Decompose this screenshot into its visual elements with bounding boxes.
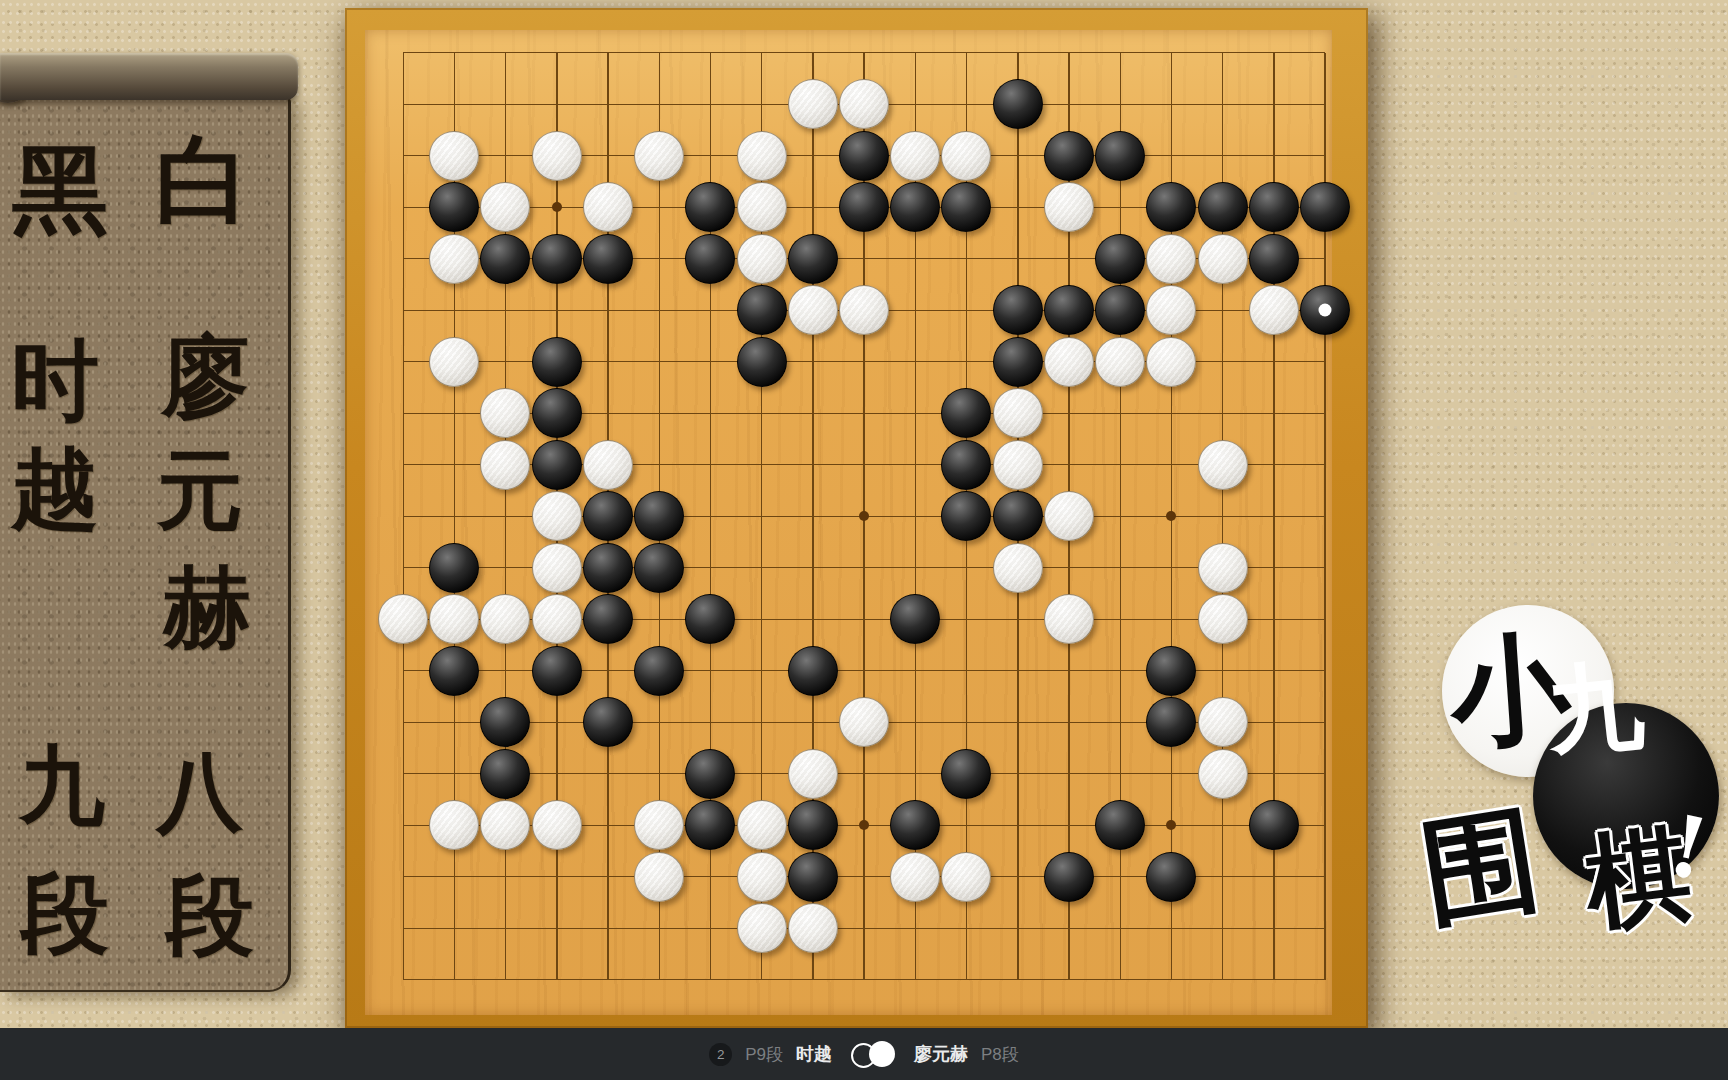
grid-line-horizontal bbox=[403, 928, 1325, 929]
white-rank-label: P8段 bbox=[981, 1043, 1019, 1066]
scroll-roller-bar bbox=[0, 53, 298, 100]
grid-line-horizontal bbox=[403, 979, 1325, 980]
stone-white bbox=[1198, 749, 1248, 799]
stone-white bbox=[583, 182, 633, 232]
stone-white bbox=[1044, 182, 1094, 232]
stone-white bbox=[480, 594, 530, 644]
stone-black bbox=[1300, 182, 1350, 232]
stone-black bbox=[532, 337, 582, 387]
player-scroll: 白廖元赫八段黑时越九段 bbox=[0, 96, 291, 992]
stone-black bbox=[583, 234, 633, 284]
stone-black bbox=[1249, 234, 1299, 284]
stone-white bbox=[737, 800, 787, 850]
stone-white bbox=[839, 285, 889, 335]
stone-white bbox=[1095, 337, 1145, 387]
stone-white bbox=[993, 543, 1043, 593]
stone-white bbox=[737, 852, 787, 902]
logo-char-jiu: 九 bbox=[1542, 655, 1648, 761]
stone-white bbox=[532, 594, 582, 644]
stone-white bbox=[737, 182, 787, 232]
last-move-marker bbox=[1318, 304, 1331, 317]
stone-white bbox=[429, 337, 479, 387]
stone-white bbox=[480, 800, 530, 850]
stone-white bbox=[532, 800, 582, 850]
black-player-column-char: 时 bbox=[11, 336, 99, 424]
white-player-column-char: 廖 bbox=[161, 331, 249, 419]
stone-black bbox=[685, 234, 735, 284]
stone-black bbox=[941, 388, 991, 438]
stone-white bbox=[737, 234, 787, 284]
stone-white bbox=[737, 903, 787, 953]
stone-white bbox=[1198, 594, 1248, 644]
stone-black bbox=[583, 491, 633, 541]
stone-black bbox=[1095, 131, 1145, 181]
stone-black bbox=[429, 543, 479, 593]
stone-black bbox=[890, 594, 940, 644]
stone-black bbox=[480, 749, 530, 799]
stone-white bbox=[429, 234, 479, 284]
stone-black bbox=[532, 646, 582, 696]
board-frame bbox=[345, 8, 1368, 1028]
stone-black bbox=[1146, 852, 1196, 902]
stone-black bbox=[788, 646, 838, 696]
stone-black bbox=[839, 131, 889, 181]
stone-white bbox=[1198, 440, 1248, 490]
stone-white bbox=[429, 800, 479, 850]
stone-black bbox=[634, 491, 684, 541]
stone-white bbox=[1044, 491, 1094, 541]
stone-white bbox=[429, 131, 479, 181]
white-player-column-char: 白 bbox=[155, 132, 251, 228]
stone-black bbox=[685, 182, 735, 232]
white-player-column-char: 八 bbox=[157, 749, 243, 835]
stone-black bbox=[941, 440, 991, 490]
go-board[interactable] bbox=[365, 30, 1332, 1015]
star-point bbox=[1166, 511, 1176, 521]
stone-white bbox=[1198, 543, 1248, 593]
white-stone-icon bbox=[869, 1041, 895, 1067]
stone-white bbox=[1146, 337, 1196, 387]
stone-black bbox=[583, 594, 633, 644]
grid-line-horizontal bbox=[403, 773, 1325, 774]
white-player-column-char: 赫 bbox=[163, 563, 251, 651]
stone-white bbox=[532, 131, 582, 181]
star-point bbox=[859, 820, 869, 830]
stone-black bbox=[634, 543, 684, 593]
stone-black bbox=[1095, 234, 1145, 284]
stone-black bbox=[480, 234, 530, 284]
stone-black bbox=[1044, 131, 1094, 181]
stone-white bbox=[788, 749, 838, 799]
black-player-column-char: 黑 bbox=[12, 142, 108, 238]
stone-black bbox=[583, 543, 633, 593]
stone-white bbox=[1044, 337, 1094, 387]
stone-black bbox=[1300, 285, 1350, 335]
stone-white bbox=[941, 131, 991, 181]
stone-black bbox=[890, 800, 940, 850]
stone-white bbox=[1249, 285, 1299, 335]
turn-indicator-icon[interactable] bbox=[849, 1040, 897, 1068]
stone-white bbox=[429, 594, 479, 644]
stone-white bbox=[1146, 285, 1196, 335]
white-player-column-char: 段 bbox=[166, 871, 254, 959]
stone-white bbox=[839, 79, 889, 129]
stone-black bbox=[993, 491, 1043, 541]
stone-black bbox=[737, 285, 787, 335]
stone-black bbox=[1095, 285, 1145, 335]
stone-black bbox=[941, 491, 991, 541]
stone-white bbox=[788, 903, 838, 953]
stone-black bbox=[788, 800, 838, 850]
move-count-badge: 2 bbox=[709, 1043, 732, 1066]
stone-white bbox=[532, 543, 582, 593]
stone-black bbox=[634, 646, 684, 696]
stone-white bbox=[737, 131, 787, 181]
stone-white bbox=[788, 79, 838, 129]
stone-black bbox=[1146, 697, 1196, 747]
stone-black bbox=[532, 440, 582, 490]
stone-black bbox=[1044, 285, 1094, 335]
stone-black bbox=[429, 182, 479, 232]
stone-black bbox=[685, 749, 735, 799]
stone-white bbox=[1044, 594, 1094, 644]
stone-black bbox=[941, 749, 991, 799]
logo-char-wei: 围 bbox=[1414, 799, 1547, 932]
stone-black bbox=[1198, 182, 1248, 232]
star-point bbox=[552, 202, 562, 212]
white-player-column-char: 元 bbox=[157, 447, 243, 533]
stone-black bbox=[532, 234, 582, 284]
stone-black bbox=[788, 852, 838, 902]
stone-white bbox=[1146, 234, 1196, 284]
stone-black bbox=[583, 697, 633, 747]
stone-white bbox=[480, 182, 530, 232]
app-logo: 小 九 围 棋 ! bbox=[1380, 540, 1728, 940]
stone-black bbox=[429, 646, 479, 696]
stone-black bbox=[737, 337, 787, 387]
stone-black bbox=[1146, 182, 1196, 232]
stone-black bbox=[993, 285, 1043, 335]
stone-black bbox=[685, 594, 735, 644]
stone-black bbox=[993, 337, 1043, 387]
stone-white bbox=[1198, 234, 1248, 284]
status-bar-content: 2 P9段 时越 廖元赫 P8段 bbox=[709, 1040, 1019, 1068]
stone-white bbox=[480, 440, 530, 490]
stone-black bbox=[1249, 800, 1299, 850]
white-player-name: 廖元赫 bbox=[914, 1042, 968, 1066]
stone-white bbox=[839, 697, 889, 747]
black-rank-label: P9段 bbox=[745, 1043, 783, 1066]
stone-black bbox=[1146, 646, 1196, 696]
stone-white bbox=[788, 285, 838, 335]
status-bar: 2 P9段 时越 廖元赫 P8段 bbox=[0, 1028, 1728, 1080]
stone-white bbox=[890, 852, 940, 902]
black-player-column-char: 九 bbox=[19, 742, 105, 828]
star-point bbox=[1166, 820, 1176, 830]
stone-black bbox=[890, 182, 940, 232]
star-point bbox=[859, 511, 869, 521]
stone-black bbox=[480, 697, 530, 747]
stone-white bbox=[993, 440, 1043, 490]
stone-white bbox=[634, 131, 684, 181]
stone-black bbox=[993, 79, 1043, 129]
stone-black bbox=[788, 234, 838, 284]
black-player-column-char: 段 bbox=[21, 869, 109, 957]
stone-black bbox=[685, 800, 735, 850]
stone-white bbox=[378, 594, 428, 644]
stone-white bbox=[480, 388, 530, 438]
stone-black bbox=[1044, 852, 1094, 902]
stone-white bbox=[532, 491, 582, 541]
stone-black bbox=[1095, 800, 1145, 850]
black-player-name: 时越 bbox=[796, 1042, 832, 1066]
stone-white bbox=[993, 388, 1043, 438]
stone-white bbox=[890, 131, 940, 181]
stone-white bbox=[634, 852, 684, 902]
stone-white bbox=[1198, 697, 1248, 747]
stone-white bbox=[941, 852, 991, 902]
stone-black bbox=[532, 388, 582, 438]
stone-white bbox=[583, 440, 633, 490]
stone-black bbox=[1249, 182, 1299, 232]
stone-black bbox=[839, 182, 889, 232]
black-player-column-char: 越 bbox=[11, 444, 99, 532]
stone-white bbox=[634, 800, 684, 850]
stone-black bbox=[941, 182, 991, 232]
